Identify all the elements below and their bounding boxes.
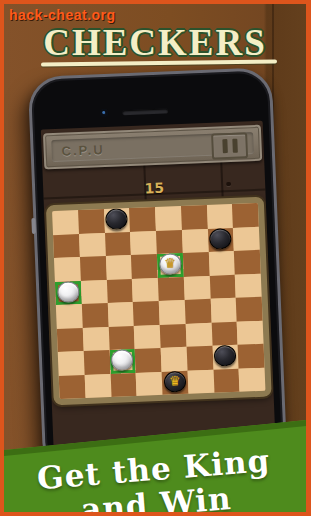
board-cell[interactable] (135, 348, 162, 373)
pause-icon (222, 139, 228, 153)
board-cell[interactable] (57, 328, 84, 353)
board-cell[interactable] (211, 321, 238, 346)
board-cell[interactable] (235, 273, 262, 298)
board-cell[interactable] (184, 275, 211, 300)
board-cell[interactable] (155, 206, 182, 231)
board-cell[interactable] (56, 304, 83, 329)
board-cell[interactable] (239, 367, 266, 392)
board-cell[interactable] (84, 373, 111, 398)
board-cell[interactable] (234, 250, 261, 275)
board-cell[interactable] (58, 351, 85, 376)
checker-piece-black-king[interactable]: ♛ (163, 371, 186, 393)
board-cell[interactable] (236, 297, 263, 322)
checker-piece-white-king[interactable]: ♛ (159, 253, 182, 275)
speaker-slot (122, 108, 168, 115)
board-cell[interactable] (59, 374, 86, 399)
board-cell[interactable] (213, 368, 240, 393)
board-cell[interactable] (108, 325, 135, 350)
board-cell[interactable] (159, 300, 186, 325)
pause-button[interactable] (211, 132, 248, 159)
checker-piece-white[interactable] (111, 349, 134, 371)
board-cell[interactable] (78, 209, 105, 234)
board-cell[interactable] (208, 251, 235, 276)
screenshot-root: hack-cheat.org CHECKERS C.P.U 15 ♛♛ (0, 0, 311, 516)
board-cell[interactable] (79, 233, 106, 258)
board-cell[interactable] (104, 232, 131, 257)
board-cell[interactable] (106, 278, 133, 303)
volume-button (31, 218, 36, 234)
board-cell[interactable] (83, 326, 110, 351)
board-cell[interactable] (233, 226, 260, 251)
board-cell[interactable] (53, 234, 80, 259)
board-cell[interactable] (109, 349, 136, 374)
board-cell[interactable] (185, 322, 212, 347)
board-cell[interactable] (210, 298, 237, 323)
board-cell[interactable] (181, 205, 208, 230)
board-cell[interactable] (156, 229, 183, 254)
board-cell[interactable] (238, 344, 265, 369)
board-cell[interactable] (237, 320, 264, 345)
board-cell[interactable]: ♛ (157, 253, 184, 278)
board-cell[interactable] (105, 255, 132, 280)
checker-piece-black[interactable] (209, 228, 232, 250)
board-cell[interactable] (82, 303, 109, 328)
checker-piece-white[interactable] (57, 281, 80, 303)
board-cell[interactable] (110, 372, 137, 397)
board-cell[interactable] (131, 254, 158, 279)
board-cell[interactable] (136, 371, 163, 396)
crown-icon: ♛ (169, 374, 181, 387)
board-cell[interactable] (160, 323, 187, 348)
board-cell[interactable]: ♛ (162, 370, 189, 395)
board-cell[interactable] (129, 207, 156, 232)
board-cell[interactable] (207, 227, 234, 252)
board-cell[interactable] (55, 281, 82, 306)
board-cell[interactable] (80, 256, 107, 281)
hud-plaque: C.P.U (43, 125, 262, 170)
board-cell[interactable] (133, 301, 160, 326)
board: ♛♛ (46, 197, 272, 406)
board-cell[interactable] (134, 324, 161, 349)
move-counter: 15 (43, 176, 265, 201)
board-cell[interactable] (182, 228, 209, 253)
phone-frame: C.P.U 15 ♛♛ (28, 67, 288, 476)
board-cell[interactable] (107, 302, 134, 327)
page-title: CHECKERS (4, 21, 306, 64)
board-cell[interactable] (104, 208, 131, 233)
pause-icon (232, 139, 238, 153)
board-cell[interactable] (54, 257, 81, 282)
watermark-text: hack-cheat.org (9, 7, 116, 23)
camera-icon (100, 109, 108, 117)
board-cell[interactable] (161, 347, 188, 372)
board-cell[interactable] (209, 274, 236, 299)
board-cell[interactable] (187, 369, 214, 394)
board-cell[interactable] (183, 252, 210, 277)
board-cell[interactable] (184, 299, 211, 324)
board-cell[interactable] (212, 345, 239, 370)
board-cell[interactable] (83, 350, 110, 375)
board-cell[interactable] (132, 277, 159, 302)
checker-piece-black[interactable] (105, 208, 128, 230)
board-cell[interactable] (232, 203, 259, 228)
board-cell[interactable] (52, 210, 79, 235)
opponent-label: C.P.U (61, 142, 105, 159)
game-screen: C.P.U 15 ♛♛ (41, 121, 277, 474)
board-cell[interactable] (186, 346, 213, 371)
checker-piece-black[interactable] (214, 345, 237, 367)
board-cell[interactable] (206, 204, 233, 229)
board-cell[interactable] (130, 231, 157, 256)
board-cell[interactable] (81, 280, 108, 305)
board-cell[interactable] (158, 276, 185, 301)
crown-icon: ♛ (164, 256, 176, 269)
